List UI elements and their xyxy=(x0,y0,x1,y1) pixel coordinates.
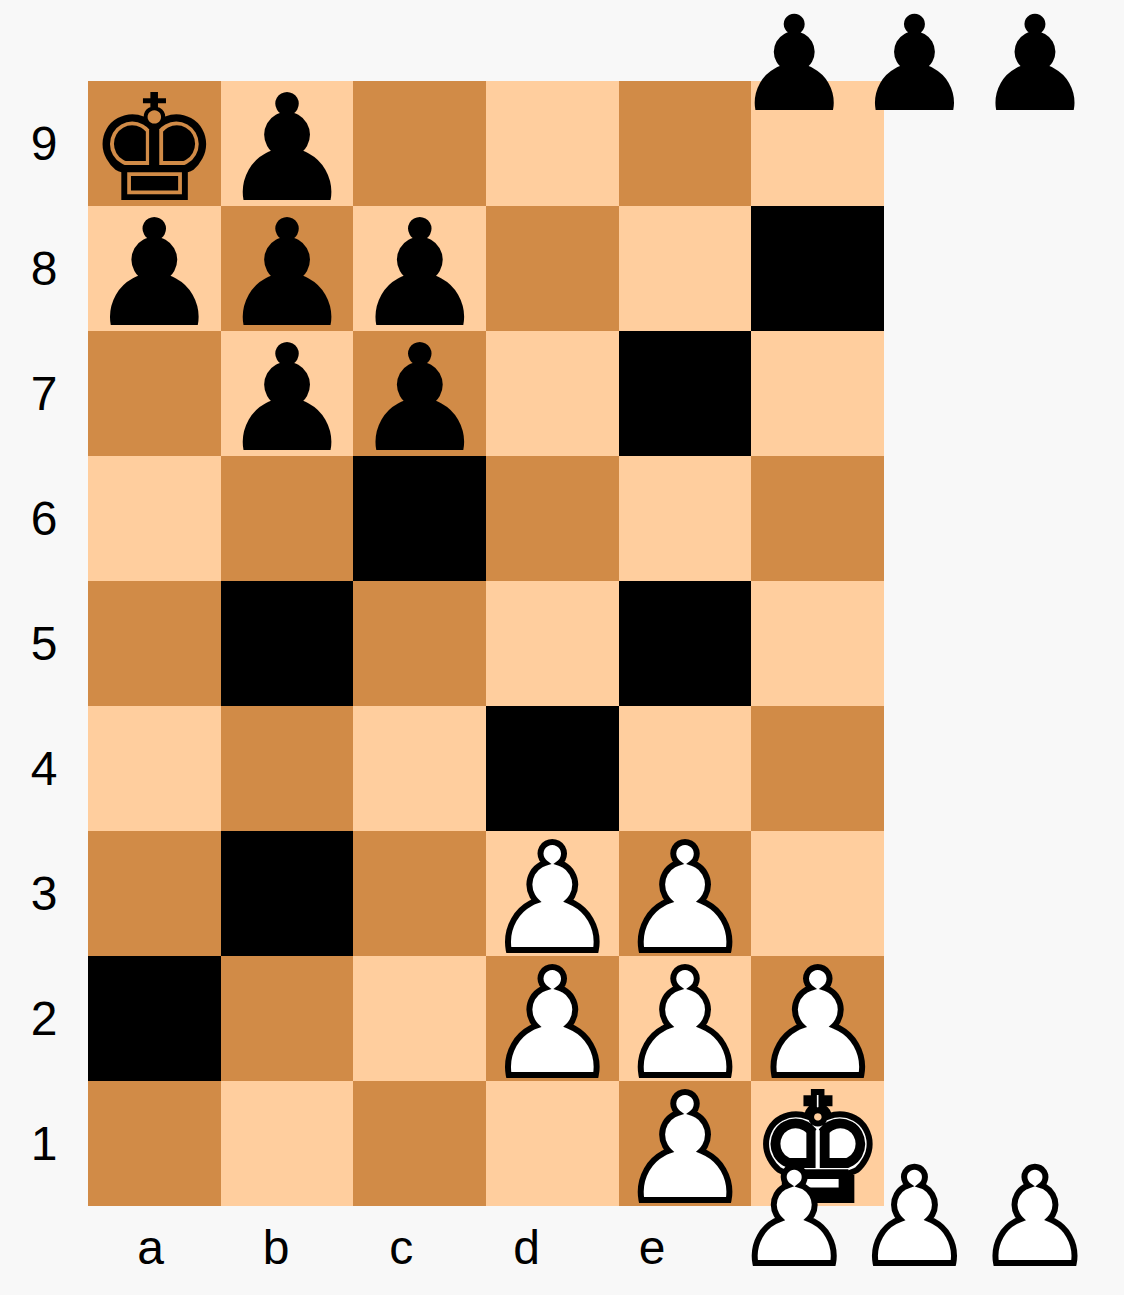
file-label-e: e xyxy=(589,1206,714,1288)
square-e6[interactable] xyxy=(619,456,752,581)
square-e9[interactable] xyxy=(619,81,752,206)
file-label-b: b xyxy=(213,1206,338,1288)
file-label-c: c xyxy=(339,1206,464,1288)
tray-white-pawn: ♟ xyxy=(976,1165,1094,1270)
rank-label-7: 7 xyxy=(0,331,88,456)
square-a1[interactable] xyxy=(88,1081,221,1206)
blocked-square-e5[interactable] xyxy=(619,581,752,706)
blocked-square-b3[interactable] xyxy=(221,831,354,956)
black-pawn: ♟ xyxy=(221,337,354,462)
rank-label-9: 9 xyxy=(0,81,88,206)
square-f5[interactable] xyxy=(751,581,884,706)
square-d6[interactable] xyxy=(486,456,619,581)
square-c2[interactable] xyxy=(353,956,486,1081)
square-c3[interactable] xyxy=(353,831,486,956)
tray-white-pawn: ♟ xyxy=(735,1165,853,1270)
rank-label-6: 6 xyxy=(0,456,88,581)
blocked-square-e7[interactable] xyxy=(619,331,752,456)
captured-tray-black-pawns: ♟♟♟ xyxy=(735,12,1094,117)
square-f4[interactable] xyxy=(751,706,884,831)
rank-label-5: 5 xyxy=(0,581,88,706)
square-c4[interactable] xyxy=(353,706,486,831)
square-a3[interactable] xyxy=(88,831,221,956)
tray-black-pawn: ♟ xyxy=(976,12,1094,117)
blocked-square-b5[interactable] xyxy=(221,581,354,706)
file-label-a: a xyxy=(88,1206,213,1288)
tray-black-pawn: ♟ xyxy=(735,12,853,117)
square-b4[interactable] xyxy=(221,706,354,831)
file-label-d: d xyxy=(464,1206,589,1288)
blocked-square-f8[interactable] xyxy=(751,206,884,331)
tray-white-pawn: ♟ xyxy=(855,1165,973,1270)
rank-label-1: 1 xyxy=(0,1081,88,1206)
square-d8[interactable] xyxy=(486,206,619,331)
square-b7[interactable]: ♟ xyxy=(221,331,354,456)
square-d5[interactable] xyxy=(486,581,619,706)
square-f7[interactable] xyxy=(751,331,884,456)
square-a5[interactable] xyxy=(88,581,221,706)
tray-black-pawn: ♟ xyxy=(855,12,973,117)
rank-labels: 987654321 xyxy=(0,81,88,1206)
white-pawn: ♟ xyxy=(486,962,619,1087)
rank-label-4: 4 xyxy=(0,706,88,831)
square-c1[interactable] xyxy=(353,1081,486,1206)
black-pawn: ♟ xyxy=(353,337,486,462)
square-c5[interactable] xyxy=(353,581,486,706)
square-e1[interactable]: ♟ xyxy=(619,1081,752,1206)
file-labels: abcdef xyxy=(88,1206,840,1288)
square-e8[interactable] xyxy=(619,206,752,331)
square-a4[interactable] xyxy=(88,706,221,831)
square-f6[interactable] xyxy=(751,456,884,581)
square-d2[interactable]: ♟ xyxy=(486,956,619,1081)
square-d7[interactable] xyxy=(486,331,619,456)
white-pawn: ♟ xyxy=(619,1087,752,1212)
square-a6[interactable] xyxy=(88,456,221,581)
blocked-square-a2[interactable] xyxy=(88,956,221,1081)
square-c7[interactable]: ♟ xyxy=(353,331,486,456)
rank-label-2: 2 xyxy=(0,956,88,1081)
square-b2[interactable] xyxy=(221,956,354,1081)
captured-tray-white-pawns: ♟♟♟ xyxy=(735,1165,1094,1270)
square-d9[interactable] xyxy=(486,81,619,206)
board: ♚♟♟♟♟♟♟♟♟♟♟♟♟♚ xyxy=(88,81,840,1206)
square-a8[interactable]: ♟ xyxy=(88,206,221,331)
black-pawn: ♟ xyxy=(88,212,221,337)
rank-label-8: 8 xyxy=(0,206,88,331)
rank-label-3: 3 xyxy=(0,831,88,956)
square-b1[interactable] xyxy=(221,1081,354,1206)
